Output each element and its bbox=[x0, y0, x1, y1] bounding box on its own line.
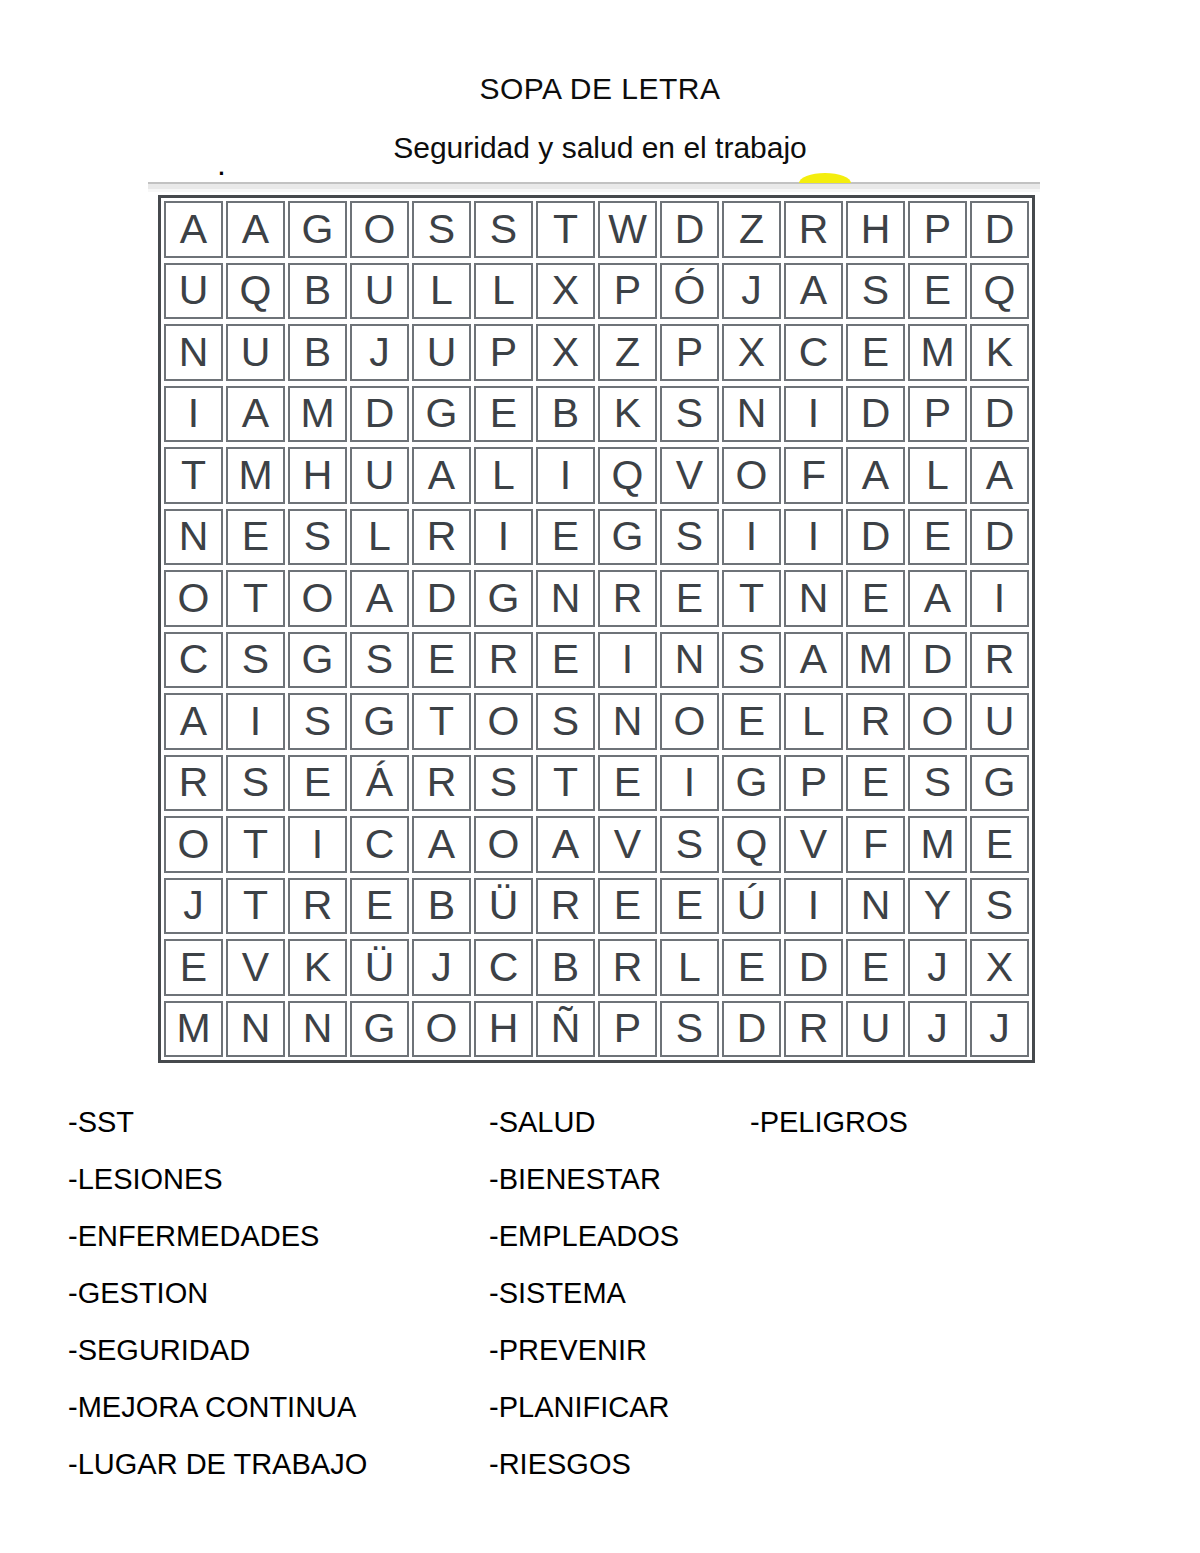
grid-cell: M bbox=[226, 447, 285, 504]
word-item: -EMPLEADOS bbox=[489, 1208, 679, 1265]
grid-cell: E bbox=[846, 939, 905, 996]
grid-cell: V bbox=[226, 939, 285, 996]
grid-cell: Q bbox=[598, 447, 657, 504]
grid-cell: U bbox=[350, 263, 409, 320]
grid-cell: C bbox=[350, 816, 409, 873]
grid-cell: I bbox=[660, 755, 719, 812]
grid-cell: S bbox=[474, 201, 533, 258]
grid-cell: I bbox=[598, 632, 657, 689]
grid-cell: D bbox=[846, 509, 905, 566]
grid-cell: O bbox=[288, 570, 347, 627]
grid-cell: A bbox=[536, 816, 595, 873]
word-item: -PREVENIR bbox=[489, 1322, 679, 1379]
grid-cell: E bbox=[970, 816, 1029, 873]
grid-cell: R bbox=[288, 878, 347, 935]
grid-cell: Ó bbox=[660, 263, 719, 320]
grid-cell: E bbox=[660, 570, 719, 627]
grid-cell: P bbox=[598, 263, 657, 320]
grid-cell: T bbox=[412, 693, 471, 750]
grid-cell: W bbox=[598, 201, 657, 258]
grid-cell: G bbox=[474, 570, 533, 627]
grid-cell: P bbox=[908, 386, 967, 443]
grid-cell: H bbox=[846, 201, 905, 258]
grid-cell: N bbox=[536, 570, 595, 627]
grid-cell: J bbox=[350, 324, 409, 381]
grid-cell: I bbox=[784, 386, 843, 443]
grid-cell: S bbox=[288, 509, 347, 566]
grid-cell: I bbox=[536, 447, 595, 504]
grid-cell: X bbox=[970, 939, 1029, 996]
grid-cell: C bbox=[164, 632, 223, 689]
grid-cell: G bbox=[288, 201, 347, 258]
grid-cell: O bbox=[660, 693, 719, 750]
grid-cell: B bbox=[536, 386, 595, 443]
grid-cell: S bbox=[846, 263, 905, 320]
grid-cell: S bbox=[412, 201, 471, 258]
grid-cell: Y bbox=[908, 878, 967, 935]
grid-cell: S bbox=[660, 509, 719, 566]
grid-cell: A bbox=[908, 570, 967, 627]
grid-cell: I bbox=[784, 878, 843, 935]
grid-cell: O bbox=[474, 693, 533, 750]
grid-cell: B bbox=[288, 324, 347, 381]
grid-cell: B bbox=[288, 263, 347, 320]
grid-cell: A bbox=[164, 201, 223, 258]
grid-cell: L bbox=[908, 447, 967, 504]
grid-cell: E bbox=[474, 386, 533, 443]
grid-cell: P bbox=[598, 1001, 657, 1058]
grid-cell: A bbox=[226, 201, 285, 258]
grid-cell: A bbox=[784, 263, 843, 320]
grid-cell: V bbox=[598, 816, 657, 873]
grid-cell: I bbox=[970, 570, 1029, 627]
grid-cell: M bbox=[164, 1001, 223, 1058]
grid-cell: S bbox=[288, 693, 347, 750]
grid-cell: U bbox=[970, 693, 1029, 750]
grid-cell: K bbox=[598, 386, 657, 443]
word-item: -SST bbox=[68, 1094, 367, 1151]
grid-cell: D bbox=[350, 386, 409, 443]
grid-cell: J bbox=[908, 939, 967, 996]
grid-cell: D bbox=[846, 386, 905, 443]
grid-cell: B bbox=[412, 878, 471, 935]
grid-cell: U bbox=[350, 447, 409, 504]
grid-cell: S bbox=[970, 878, 1029, 935]
grid-cell: N bbox=[288, 1001, 347, 1058]
word-list-column-2: -SALUD-BIENESTAR-EMPLEADOS-SISTEMA-PREVE… bbox=[489, 1094, 679, 1493]
grid-cell: V bbox=[784, 816, 843, 873]
grid-cell: Q bbox=[722, 816, 781, 873]
grid-cell: Á bbox=[350, 755, 409, 812]
word-item: -SISTEMA bbox=[489, 1265, 679, 1322]
word-item: -LUGAR DE TRABAJO bbox=[68, 1436, 367, 1493]
grid-cell: A bbox=[350, 570, 409, 627]
grid-cell: V bbox=[660, 447, 719, 504]
grid-cell: R bbox=[784, 201, 843, 258]
grid-cell: E bbox=[598, 755, 657, 812]
grid-cell: R bbox=[846, 693, 905, 750]
grid-cell: R bbox=[412, 509, 471, 566]
grid-cell: I bbox=[164, 386, 223, 443]
grid-cell: J bbox=[970, 1001, 1029, 1058]
yellow-highlighter-mark bbox=[799, 173, 851, 183]
word-search-grid: AAGOSSTWDZRHPDUQBULLXPÓJASEQNUBJUPXZPXCE… bbox=[158, 195, 1035, 1063]
grid-cell: Ü bbox=[474, 878, 533, 935]
grid-cell: C bbox=[474, 939, 533, 996]
grid-cell: L bbox=[660, 939, 719, 996]
grid-cell: E bbox=[722, 939, 781, 996]
grid-cell: L bbox=[412, 263, 471, 320]
grid-cell: L bbox=[474, 447, 533, 504]
grid-cell: M bbox=[908, 324, 967, 381]
grid-cell: O bbox=[350, 201, 409, 258]
word-item: -RIESGOS bbox=[489, 1436, 679, 1493]
grid-cell: R bbox=[970, 632, 1029, 689]
grid-cell: T bbox=[164, 447, 223, 504]
page-subtitle: Seguridad y salud en el trabajo bbox=[0, 131, 1200, 165]
grid-cell: N bbox=[164, 509, 223, 566]
grid-cell: A bbox=[784, 632, 843, 689]
grid-cell: R bbox=[412, 755, 471, 812]
page-title: SOPA DE LETRA bbox=[0, 72, 1200, 106]
grid-cell: I bbox=[722, 509, 781, 566]
grid-cell: S bbox=[722, 632, 781, 689]
grid-cell: T bbox=[226, 816, 285, 873]
grid-cell: A bbox=[412, 447, 471, 504]
grid-cell: S bbox=[226, 632, 285, 689]
grid-cell: S bbox=[536, 693, 595, 750]
grid-cell: J bbox=[908, 1001, 967, 1058]
word-item: -BIENESTAR bbox=[489, 1151, 679, 1208]
word-list-column-3: -PELIGROS bbox=[750, 1094, 908, 1151]
grid-cell: R bbox=[598, 570, 657, 627]
word-item: -MEJORA CONTINUA bbox=[68, 1379, 367, 1436]
grid-cell: E bbox=[536, 632, 595, 689]
grid-cell: E bbox=[288, 755, 347, 812]
grid-cell: E bbox=[536, 509, 595, 566]
grid-cell: S bbox=[350, 632, 409, 689]
grid-cell: X bbox=[536, 324, 595, 381]
grid-cell: I bbox=[784, 509, 843, 566]
grid-cell: R bbox=[784, 1001, 843, 1058]
grid-cell: Q bbox=[970, 263, 1029, 320]
grid-cell: E bbox=[226, 509, 285, 566]
grid-cell: S bbox=[474, 755, 533, 812]
grid-cell: N bbox=[164, 324, 223, 381]
grid-cell: D bbox=[722, 1001, 781, 1058]
grid-cell: S bbox=[226, 755, 285, 812]
grid-cell: O bbox=[722, 447, 781, 504]
grid-cell: O bbox=[412, 1001, 471, 1058]
grid-cell: D bbox=[784, 939, 843, 996]
grid-cell: Ü bbox=[350, 939, 409, 996]
grid-cell: A bbox=[226, 386, 285, 443]
grid-cell: O bbox=[474, 816, 533, 873]
grid-cell: N bbox=[226, 1001, 285, 1058]
grid-cell: P bbox=[784, 755, 843, 812]
grid-cell: D bbox=[970, 509, 1029, 566]
grid-cell: G bbox=[970, 755, 1029, 812]
word-item: -LESIONES bbox=[68, 1151, 367, 1208]
grid-cell: O bbox=[164, 816, 223, 873]
grid-cell: N bbox=[784, 570, 843, 627]
grid-cell: H bbox=[474, 1001, 533, 1058]
grid-cell: X bbox=[536, 263, 595, 320]
grid-cell: L bbox=[784, 693, 843, 750]
grid-cell: X bbox=[722, 324, 781, 381]
grid-cell: D bbox=[970, 386, 1029, 443]
grid-cell: U bbox=[412, 324, 471, 381]
grid-cell: G bbox=[288, 632, 347, 689]
grid-cell: G bbox=[350, 693, 409, 750]
grid-cell: T bbox=[536, 201, 595, 258]
grid-cell: S bbox=[908, 755, 967, 812]
grid-cell: E bbox=[164, 939, 223, 996]
grid-cell: I bbox=[474, 509, 533, 566]
grid-cell: B bbox=[536, 939, 595, 996]
grid-cell: N bbox=[660, 632, 719, 689]
grid-cell: E bbox=[598, 878, 657, 935]
word-item: -PLANIFICAR bbox=[489, 1379, 679, 1436]
grid-cell: P bbox=[474, 324, 533, 381]
grid-cell: E bbox=[846, 755, 905, 812]
grid-cell: K bbox=[970, 324, 1029, 381]
grid-cell: T bbox=[722, 570, 781, 627]
grid-cell: O bbox=[164, 570, 223, 627]
grid-cell: I bbox=[288, 816, 347, 873]
grid-cell: J bbox=[722, 263, 781, 320]
grid-cell: S bbox=[660, 386, 719, 443]
grid-cell: I bbox=[226, 693, 285, 750]
grid-cell: K bbox=[288, 939, 347, 996]
grid-cell: H bbox=[288, 447, 347, 504]
grid-cell: T bbox=[226, 570, 285, 627]
grid-cell: A bbox=[412, 816, 471, 873]
grid-cell: T bbox=[536, 755, 595, 812]
word-item: -PELIGROS bbox=[750, 1094, 908, 1151]
word-item: -ENFERMEDADES bbox=[68, 1208, 367, 1265]
grid-cell: G bbox=[598, 509, 657, 566]
grid-cell: G bbox=[412, 386, 471, 443]
grid-cell: E bbox=[846, 324, 905, 381]
grid-cell: T bbox=[226, 878, 285, 935]
grid-cell: S bbox=[660, 1001, 719, 1058]
grid-cell: N bbox=[722, 386, 781, 443]
grid-cell: R bbox=[536, 878, 595, 935]
grid-cell: M bbox=[908, 816, 967, 873]
grid-cell: R bbox=[164, 755, 223, 812]
grid-cell: A bbox=[846, 447, 905, 504]
grid-cell: U bbox=[226, 324, 285, 381]
stray-period-mark: . bbox=[217, 146, 226, 182]
grid-cell: Q bbox=[226, 263, 285, 320]
grid-cell: D bbox=[970, 201, 1029, 258]
grid-cell: E bbox=[350, 878, 409, 935]
grid-cell: S bbox=[660, 816, 719, 873]
scrollbar-divider-bar bbox=[148, 182, 1040, 195]
grid-cell: D bbox=[660, 201, 719, 258]
word-item: -SEGURIDAD bbox=[68, 1322, 367, 1379]
grid-cell: D bbox=[412, 570, 471, 627]
word-list-column-1: -SST-LESIONES-ENFERMEDADES-GESTION-SEGUR… bbox=[68, 1094, 367, 1493]
grid-cell: Ú bbox=[722, 878, 781, 935]
grid-cell: F bbox=[846, 816, 905, 873]
grid-cell: O bbox=[908, 693, 967, 750]
grid-cell: C bbox=[784, 324, 843, 381]
grid-cell: N bbox=[846, 878, 905, 935]
grid-cell: N bbox=[598, 693, 657, 750]
grid-cell: J bbox=[164, 878, 223, 935]
grid-cell: L bbox=[350, 509, 409, 566]
grid-cell: J bbox=[412, 939, 471, 996]
grid-cell: R bbox=[474, 632, 533, 689]
word-item: -GESTION bbox=[68, 1265, 367, 1322]
grid-cell: Z bbox=[722, 201, 781, 258]
grid-cell: P bbox=[908, 201, 967, 258]
grid-cell: D bbox=[908, 632, 967, 689]
grid-cell: A bbox=[164, 693, 223, 750]
grid-cell: R bbox=[598, 939, 657, 996]
grid-cell: M bbox=[846, 632, 905, 689]
grid-cell: E bbox=[908, 263, 967, 320]
grid-cell: U bbox=[846, 1001, 905, 1058]
grid-cell: E bbox=[412, 632, 471, 689]
grid-cell: G bbox=[722, 755, 781, 812]
grid-cell: A bbox=[970, 447, 1029, 504]
grid-cell: E bbox=[846, 570, 905, 627]
grid-cell: M bbox=[288, 386, 347, 443]
grid-cell: L bbox=[474, 263, 533, 320]
grid-cell: G bbox=[350, 1001, 409, 1058]
grid-cell: U bbox=[164, 263, 223, 320]
grid-cell: P bbox=[660, 324, 719, 381]
grid-cell: E bbox=[908, 509, 967, 566]
grid-cell: Z bbox=[598, 324, 657, 381]
word-item: -SALUD bbox=[489, 1094, 679, 1151]
grid-cell: F bbox=[784, 447, 843, 504]
grid-cell: E bbox=[660, 878, 719, 935]
grid-cell: E bbox=[722, 693, 781, 750]
grid-cell: Ñ bbox=[536, 1001, 595, 1058]
